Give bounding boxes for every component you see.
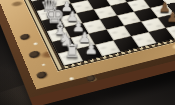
inlay-medallion xyxy=(28,50,42,59)
board-burl-border: ♜♟♟♜♞♟♟♞♝♟♟♝♛♟♟♛♚♟♟♚♝♟♟♝♞♟♟♞♜♟♟♜ xyxy=(0,0,175,89)
piece-white-rook[interactable]: ♜ xyxy=(64,43,80,61)
piece-white-pawn[interactable]: ♟ xyxy=(85,42,98,56)
playing-field: ♜♟♟♜♞♟♟♞♝♟♟♝♛♟♟♛♚♟♟♚♝♟♟♝♞♟♟♞♜♟♟♜ xyxy=(22,0,175,67)
pearl-inlay-dot xyxy=(33,42,38,45)
inlay-medallion xyxy=(19,33,31,41)
square-h1[interactable]: ♜ xyxy=(58,49,83,66)
pearl-inlay-dot xyxy=(69,77,75,81)
board-outer-frame: ♜♟♟♜♞♟♟♞♝♟♟♝♛♟♟♛♚♟♟♚♝♟♟♝♞♟♟♞♜♟♟♜ xyxy=(0,0,175,105)
chess-board: ♜♟♟♜♞♟♟♞♝♟♟♝♛♟♟♛♚♟♟♚♝♟♟♝♞♟♟♞♜♟♟♜ xyxy=(0,0,175,105)
square-g6[interactable] xyxy=(141,18,166,32)
chess-set-photo: ♜♟♟♜♞♟♟♞♝♟♟♝♛♟♟♛♚♟♟♚♝♟♟♝♞♟♟♞♜♟♟♜ xyxy=(0,0,175,105)
pearl-inlay-dot xyxy=(41,63,45,66)
mosaic-inlay-band: ♜♟♟♜♞♟♟♞♝♟♟♝♛♟♟♛♚♟♟♚♝♟♟♝♞♟♟♞♜♟♟♜ xyxy=(15,0,175,71)
inlay-medallion xyxy=(86,75,98,83)
inlay-medallion xyxy=(36,71,49,80)
square-e6[interactable] xyxy=(127,0,150,12)
